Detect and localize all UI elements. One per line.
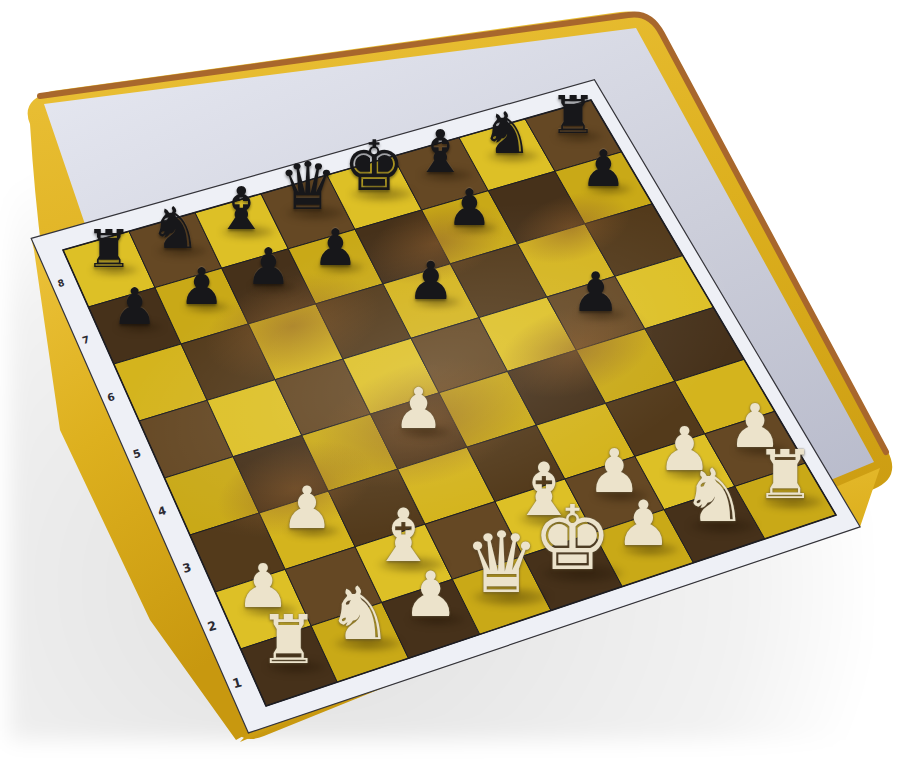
piece-black-N-g8[interactable]: ♞ [481, 104, 532, 161]
piece-white-N-b1[interactable]: ♞ [327, 578, 393, 651]
black-pawn-glyph: ♟ [112, 281, 157, 332]
white-queen-glyph: ♛ [464, 521, 540, 606]
black-pawn-glyph: ♟ [447, 183, 492, 234]
white-pawn-glyph: ♟ [403, 564, 459, 626]
piece-black-P-a7[interactable]: ♟ [112, 281, 157, 332]
black-knight-glyph: ♞ [481, 104, 532, 161]
black-queen-glyph: ♛ [278, 154, 337, 220]
black-pawn-glyph: ♟ [581, 143, 626, 194]
piece-black-P-b7[interactable]: ♟ [179, 261, 224, 312]
piece-black-P-d7[interactable]: ♟ [313, 222, 358, 273]
piece-white-P-f1[interactable]: ♟ [615, 493, 671, 555]
piece-black-P-g5[interactable]: ♟ [571, 265, 620, 319]
piece-black-R-a8[interactable]: ♜ [86, 223, 133, 275]
black-pawn-glyph: ♟ [246, 242, 291, 293]
piece-black-P-e6[interactable]: ♟ [407, 255, 454, 307]
piece-black-B-f8[interactable]: ♝ [414, 122, 467, 181]
piece-white-P-d4[interactable]: ♟ [393, 381, 444, 437]
piece-black-Q-d8[interactable]: ♛ [278, 154, 337, 220]
piece-black-P-f7[interactable]: ♟ [447, 183, 492, 234]
white-knight-glyph: ♞ [681, 460, 747, 533]
piece-white-K-e1[interactable]: ♚ [533, 493, 613, 582]
chess-tin-product-photo: 87654321♜♞♝♛♚♝♞♜♟♟♟♟♟♟♟♟♟♟♟♝♝♟♟♟♜♞♟♛♚♟♞♜ [0, 0, 910, 768]
black-bishop-glyph: ♝ [414, 122, 467, 181]
black-rook-glyph: ♜ [86, 223, 133, 275]
piece-black-K-e8[interactable]: ♚ [343, 132, 405, 201]
white-king-glyph: ♚ [533, 493, 613, 582]
black-pawn-glyph: ♟ [571, 265, 620, 319]
piece-white-R-h1[interactable]: ♜ [755, 442, 815, 509]
white-rook-glyph: ♜ [259, 607, 319, 674]
white-knight-glyph: ♞ [327, 578, 393, 651]
black-rook-glyph: ♜ [550, 90, 597, 142]
piece-black-P-h7[interactable]: ♟ [581, 143, 626, 194]
black-pawn-glyph: ♟ [313, 222, 358, 273]
piece-white-N-g1[interactable]: ♞ [681, 460, 747, 533]
piece-white-P-b3[interactable]: ♟ [281, 479, 333, 537]
piece-white-Q-d1[interactable]: ♛ [464, 521, 540, 606]
black-bishop-glyph: ♝ [215, 179, 268, 238]
black-knight-glyph: ♞ [150, 200, 201, 257]
piece-white-R-a1[interactable]: ♜ [259, 607, 319, 674]
piece-black-B-c8[interactable]: ♝ [215, 179, 268, 238]
white-pawn-glyph: ♟ [393, 381, 444, 437]
white-pawn-glyph: ♟ [281, 479, 333, 537]
tin-and-board [0, 0, 910, 768]
piece-black-P-c7[interactable]: ♟ [246, 242, 291, 293]
white-pawn-glyph: ♟ [615, 493, 671, 555]
piece-white-P-c1[interactable]: ♟ [403, 564, 459, 626]
black-king-glyph: ♚ [343, 132, 405, 201]
piece-black-R-h8[interactable]: ♜ [550, 90, 597, 142]
piece-black-N-b8[interactable]: ♞ [150, 200, 201, 257]
black-pawn-glyph: ♟ [179, 261, 224, 312]
white-rook-glyph: ♜ [755, 442, 815, 509]
black-pawn-glyph: ♟ [407, 255, 454, 307]
